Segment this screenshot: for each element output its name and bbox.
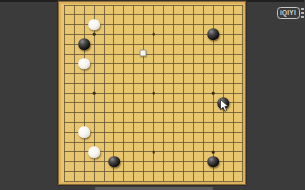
iqiyi-logo-text: iQIYI xyxy=(280,10,296,17)
grid-line-vertical xyxy=(173,5,174,181)
grid-line-horizontal xyxy=(64,122,243,123)
iqiyi-logo: iQIYI xyxy=(277,7,300,19)
grid-line-horizontal xyxy=(64,181,243,182)
grid-line-vertical xyxy=(193,5,194,181)
star-point xyxy=(93,92,96,95)
screen: { "game": "go", "board_size": 19, "posit… xyxy=(0,0,304,190)
star-point xyxy=(152,151,155,154)
grid-line-horizontal xyxy=(64,102,243,103)
grid-line-vertical xyxy=(163,5,164,181)
star-point xyxy=(212,151,215,154)
progress-bar[interactable] xyxy=(95,187,213,190)
black-stone-Q3[interactable] xyxy=(207,156,219,168)
go-board[interactable] xyxy=(58,1,246,185)
grid-line-vertical xyxy=(183,5,184,181)
star-point xyxy=(93,33,96,36)
grid-line-vertical xyxy=(242,5,243,181)
mouse-cursor-icon xyxy=(220,99,229,112)
grid-line-vertical xyxy=(203,5,204,181)
white-stone-D17[interactable] xyxy=(88,19,100,31)
star-point xyxy=(212,92,215,95)
grid-line-horizontal xyxy=(64,112,243,113)
white-stone-D4[interactable] xyxy=(88,146,100,158)
black-stone-F3[interactable] xyxy=(108,156,120,168)
star-point xyxy=(152,33,155,36)
grid-line-horizontal xyxy=(64,142,243,143)
white-stone-C6[interactable] xyxy=(78,127,90,139)
grid-line-horizontal xyxy=(64,171,243,172)
board-grid xyxy=(64,5,243,181)
square-marker xyxy=(139,50,146,57)
watermark-partial-glyph xyxy=(301,8,304,18)
black-stone-C15[interactable] xyxy=(78,38,90,50)
grid-line-vertical xyxy=(223,5,224,181)
iqiyi-watermark: iQIYI xyxy=(277,7,305,19)
white-stone-C13[interactable] xyxy=(78,58,90,70)
grid-line-horizontal xyxy=(64,132,243,133)
black-stone-Q16[interactable] xyxy=(207,29,219,41)
star-point xyxy=(152,92,155,95)
grid-line-vertical xyxy=(233,5,234,181)
